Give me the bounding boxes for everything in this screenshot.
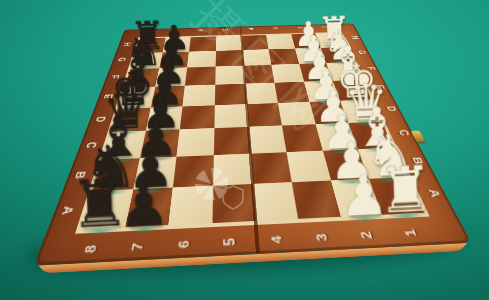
rank-label-bottom-6: 6 <box>176 240 191 248</box>
rank-label-bottom-4: 4 <box>269 235 284 243</box>
square-f5[interactable] <box>215 65 245 84</box>
rank-label-bottom-1: 1 <box>402 228 419 236</box>
photo-chessboard-on-green-table: H G F E D C B A H G F E D C B A 8 7 6 5 … <box>0 0 489 300</box>
chess-board: H G F E D C B A H G F E D C B A 8 7 6 5 … <box>33 23 471 265</box>
square-b6[interactable] <box>173 154 214 187</box>
square-a5[interactable] <box>212 184 255 223</box>
square-e6[interactable] <box>182 84 214 105</box>
square-h5[interactable] <box>215 35 241 50</box>
rank-label-top-3: 3 <box>272 27 279 29</box>
rank-label-bottom-8: 8 <box>82 244 99 253</box>
rank-label-top-5: 5 <box>222 28 229 30</box>
square-e4[interactable] <box>244 82 277 103</box>
square-h3[interactable] <box>266 34 295 49</box>
rank-label-top-4: 4 <box>247 27 254 29</box>
square-a2[interactable]: ♟ <box>330 179 382 217</box>
rank-label-bottom-3: 3 <box>314 233 330 241</box>
square-g5[interactable] <box>215 49 243 66</box>
square-f4[interactable] <box>243 64 274 83</box>
square-a6[interactable] <box>168 186 212 225</box>
square-g4[interactable] <box>242 49 271 66</box>
black-pawn: ♟ <box>117 176 170 234</box>
square-c6[interactable] <box>176 128 213 156</box>
white-rook: ♜ <box>376 157 433 222</box>
square-h4[interactable] <box>241 35 268 50</box>
square-c4[interactable] <box>248 125 286 153</box>
rank-label-bottom-2: 2 <box>358 230 374 238</box>
rank-label-top-6: 6 <box>197 29 204 31</box>
rank-label-bottom-7: 7 <box>130 242 146 251</box>
square-f6[interactable] <box>185 66 215 85</box>
square-g6[interactable] <box>187 50 216 67</box>
square-d5[interactable] <box>214 103 248 127</box>
square-a4[interactable] <box>252 182 298 220</box>
square-h6[interactable] <box>189 36 216 51</box>
square-b5[interactable] <box>213 153 253 186</box>
square-c5[interactable] <box>213 126 250 154</box>
square-d6[interactable] <box>180 104 215 129</box>
square-d4[interactable] <box>246 102 282 126</box>
square-a7[interactable]: ♟ <box>124 187 172 226</box>
square-b4[interactable] <box>250 151 292 183</box>
square-e5[interactable] <box>214 83 246 104</box>
rank-label-bottom-5: 5 <box>223 237 237 245</box>
